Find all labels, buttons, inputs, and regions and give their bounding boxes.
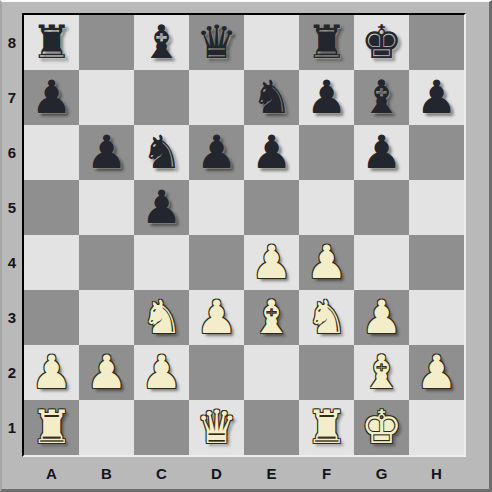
file-label-g: G [354, 459, 409, 487]
square-e4[interactable]: ♟ [244, 235, 299, 290]
white-pawn: ♟ [354, 290, 409, 345]
square-b6[interactable]: ♟ [79, 125, 134, 180]
rank-label-3: 3 [2, 290, 22, 345]
square-h5[interactable] [409, 180, 464, 235]
black-knight: ♞ [134, 125, 189, 180]
square-h8[interactable] [409, 15, 464, 70]
square-g2[interactable]: ♝ [354, 345, 409, 400]
square-d8[interactable]: ♛ [189, 15, 244, 70]
white-king: ♚ [354, 400, 409, 455]
white-rook: ♜ [24, 400, 79, 455]
black-pawn: ♟ [189, 125, 244, 180]
square-g4[interactable] [354, 235, 409, 290]
file-label-e: E [244, 459, 299, 487]
square-f3[interactable]: ♞ [299, 290, 354, 345]
square-b3[interactable] [79, 290, 134, 345]
square-h4[interactable] [409, 235, 464, 290]
square-f2[interactable] [299, 345, 354, 400]
square-f1[interactable]: ♜ [299, 400, 354, 455]
square-b1[interactable] [79, 400, 134, 455]
square-e7[interactable]: ♞ [244, 70, 299, 125]
black-pawn: ♟ [24, 70, 79, 125]
white-rook: ♜ [299, 400, 354, 455]
square-d2[interactable] [189, 345, 244, 400]
file-label-a: A [24, 459, 79, 487]
square-f4[interactable]: ♟ [299, 235, 354, 290]
square-c2[interactable]: ♟ [134, 345, 189, 400]
square-e2[interactable] [244, 345, 299, 400]
square-h6[interactable] [409, 125, 464, 180]
square-h1[interactable] [409, 400, 464, 455]
white-pawn: ♟ [189, 290, 244, 345]
square-c4[interactable] [134, 235, 189, 290]
square-c5[interactable]: ♟ [134, 180, 189, 235]
white-pawn: ♟ [134, 345, 189, 400]
rank-label-6: 6 [2, 125, 22, 180]
square-g8[interactable]: ♚ [354, 15, 409, 70]
square-e1[interactable] [244, 400, 299, 455]
square-b7[interactable] [79, 70, 134, 125]
black-pawn: ♟ [134, 180, 189, 235]
square-a4[interactable] [24, 235, 79, 290]
square-e5[interactable] [244, 180, 299, 235]
square-a2[interactable]: ♟ [24, 345, 79, 400]
square-b2[interactable]: ♟ [79, 345, 134, 400]
square-d1[interactable]: ♛ [189, 400, 244, 455]
square-c6[interactable]: ♞ [134, 125, 189, 180]
black-rook: ♜ [24, 15, 79, 70]
chess-board-frame: 87654321 ♜♝♛♜♚♟♞♟♝♟♟♞♟♟♟♟♟♟♞♟♝♞♟♟♟♟♝♟♜♛♜… [0, 0, 492, 492]
chess-board: ♜♝♛♜♚♟♞♟♝♟♟♞♟♟♟♟♟♟♞♟♝♞♟♟♟♟♝♟♜♛♜♚ [22, 13, 466, 457]
white-pawn: ♟ [24, 345, 79, 400]
square-c3[interactable]: ♞ [134, 290, 189, 345]
square-d3[interactable]: ♟ [189, 290, 244, 345]
white-bishop: ♝ [244, 290, 299, 345]
white-queen: ♛ [189, 400, 244, 455]
square-d4[interactable] [189, 235, 244, 290]
square-a8[interactable]: ♜ [24, 15, 79, 70]
black-knight: ♞ [244, 70, 299, 125]
black-rook: ♜ [299, 15, 354, 70]
square-c8[interactable]: ♝ [134, 15, 189, 70]
white-knight: ♞ [134, 290, 189, 345]
square-g5[interactable] [354, 180, 409, 235]
rank-label-8: 8 [2, 15, 22, 70]
square-b8[interactable] [79, 15, 134, 70]
square-g7[interactable]: ♝ [354, 70, 409, 125]
white-knight: ♞ [299, 290, 354, 345]
file-label-d: D [189, 459, 244, 487]
square-c1[interactable] [134, 400, 189, 455]
file-label-c: C [134, 459, 189, 487]
square-d7[interactable] [189, 70, 244, 125]
white-pawn: ♟ [244, 235, 299, 290]
square-b5[interactable] [79, 180, 134, 235]
square-e8[interactable] [244, 15, 299, 70]
black-pawn: ♟ [299, 70, 354, 125]
square-e6[interactable]: ♟ [244, 125, 299, 180]
rank-label-1: 1 [2, 400, 22, 455]
black-pawn: ♟ [354, 125, 409, 180]
square-c7[interactable] [134, 70, 189, 125]
rank-label-4: 4 [2, 235, 22, 290]
rank-label-2: 2 [2, 345, 22, 400]
square-g6[interactable]: ♟ [354, 125, 409, 180]
rank-label-5: 5 [2, 180, 22, 235]
square-a1[interactable]: ♜ [24, 400, 79, 455]
square-a7[interactable]: ♟ [24, 70, 79, 125]
square-f6[interactable] [299, 125, 354, 180]
black-bishop: ♝ [354, 70, 409, 125]
square-a3[interactable] [24, 290, 79, 345]
square-f5[interactable] [299, 180, 354, 235]
square-b4[interactable] [79, 235, 134, 290]
square-f7[interactable]: ♟ [299, 70, 354, 125]
white-pawn: ♟ [79, 345, 134, 400]
black-king: ♚ [354, 15, 409, 70]
square-e3[interactable]: ♝ [244, 290, 299, 345]
white-bishop: ♝ [354, 345, 409, 400]
square-h3[interactable] [409, 290, 464, 345]
file-label-f: F [299, 459, 354, 487]
square-a6[interactable] [24, 125, 79, 180]
file-label-b: B [79, 459, 134, 487]
square-g1[interactable]: ♚ [354, 400, 409, 455]
white-pawn: ♟ [409, 345, 464, 400]
rank-label-7: 7 [2, 70, 22, 125]
file-labels: ABCDEFGH [22, 459, 466, 487]
square-h2[interactable]: ♟ [409, 345, 464, 400]
square-g3[interactable]: ♟ [354, 290, 409, 345]
file-label-h: H [409, 459, 464, 487]
square-a5[interactable] [24, 180, 79, 235]
white-pawn: ♟ [299, 235, 354, 290]
rank-labels: 87654321 [2, 13, 22, 457]
black-pawn: ♟ [244, 125, 299, 180]
black-pawn: ♟ [409, 70, 464, 125]
square-d5[interactable] [189, 180, 244, 235]
black-pawn: ♟ [79, 125, 134, 180]
black-queen: ♛ [189, 15, 244, 70]
square-h7[interactable]: ♟ [409, 70, 464, 125]
square-d6[interactable]: ♟ [189, 125, 244, 180]
black-bishop: ♝ [134, 15, 189, 70]
square-f8[interactable]: ♜ [299, 15, 354, 70]
